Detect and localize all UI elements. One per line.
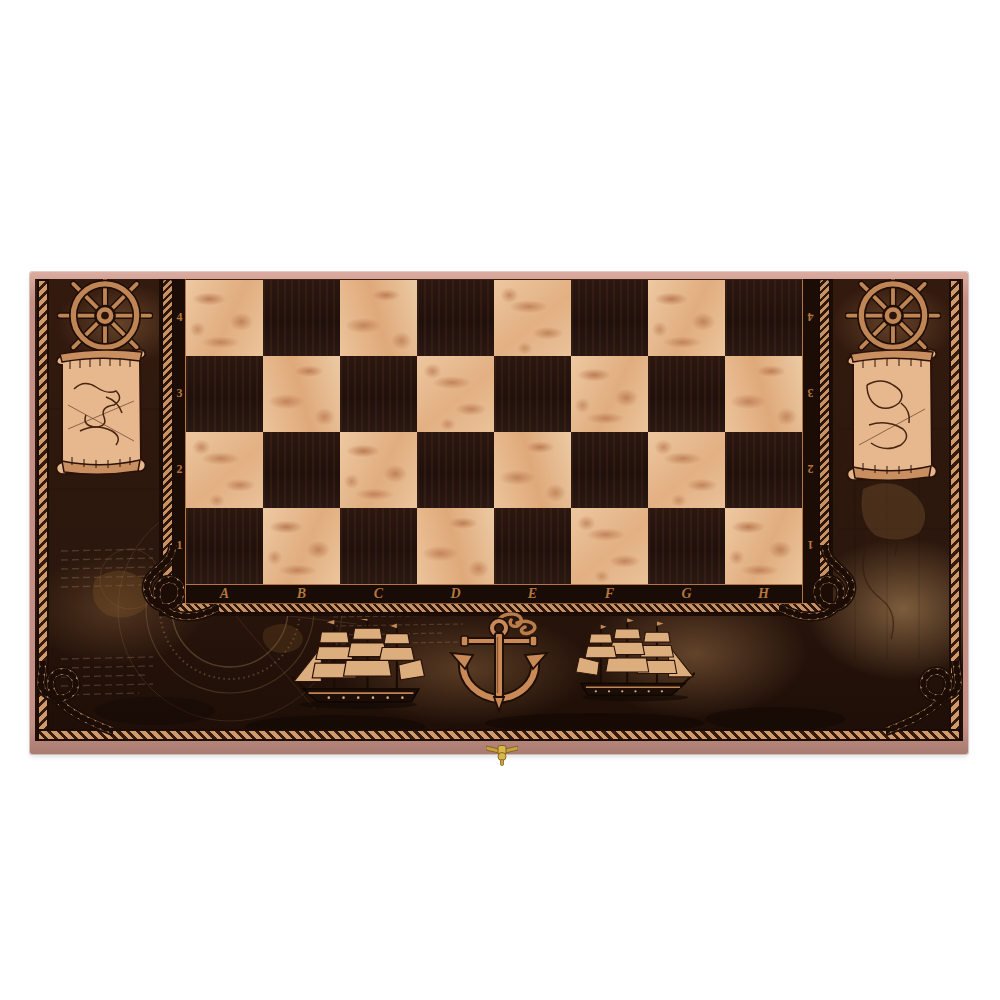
box-top-face: A B C D E F G H 4 3 2 1 4 3 2: [35, 279, 963, 741]
file-label-g: G: [648, 585, 725, 603]
square-h3: [725, 356, 802, 432]
chessboard: A B C D E F G H: [185, 279, 803, 604]
rank-label-left-4: 4: [173, 279, 186, 355]
file-label-f: F: [571, 585, 648, 603]
file-label-d: D: [417, 585, 494, 603]
square-f2: [571, 432, 648, 508]
square-a2: [186, 432, 263, 508]
square-c4: [340, 280, 417, 356]
square-d3: [417, 356, 494, 432]
file-label-e: E: [494, 585, 571, 603]
rope-border-bottom: [37, 729, 961, 741]
square-a3: [186, 356, 263, 432]
square-e2: [494, 432, 571, 508]
file-labels: A B C D E F G H: [186, 584, 802, 604]
square-f4: [571, 280, 648, 356]
square-g4: [648, 280, 725, 356]
rope-knot-outer-left: [35, 661, 113, 741]
file-label-h: H: [725, 585, 802, 603]
product-photo: A B C D E F G H 4 3 2 1 4 3 2: [0, 0, 1000, 1000]
square-d2: [417, 432, 494, 508]
square-h1: [725, 508, 802, 584]
rank-label-right-3: 3: [804, 355, 817, 431]
square-b2: [263, 432, 340, 508]
rope-divider-left: [162, 279, 173, 579]
rank-label-left-2: 2: [173, 431, 186, 507]
rank-labels-right: 4 3 2 1: [804, 279, 817, 583]
square-e1: [494, 508, 571, 584]
square-a1: [186, 508, 263, 584]
square-b4: [263, 280, 340, 356]
tall-ship-right: [571, 617, 695, 707]
rope-divider-right: [819, 279, 830, 579]
brass-clasp: [486, 744, 518, 766]
rank-label-right-4: 4: [804, 279, 817, 355]
file-label-c: C: [340, 585, 417, 603]
rope-knot-outer-right: [886, 661, 963, 741]
rank-label-right-1: 1: [804, 507, 817, 583]
square-e4: [494, 280, 571, 356]
square-b3: [263, 356, 340, 432]
square-f3: [571, 356, 648, 432]
square-d4: [417, 280, 494, 356]
file-label-b: B: [263, 585, 340, 603]
rank-label-left-3: 3: [173, 355, 186, 431]
square-g3: [648, 356, 725, 432]
square-b1: [263, 508, 340, 584]
map-scroll-left: [50, 345, 152, 479]
square-a4: [186, 280, 263, 356]
square-f1: [571, 508, 648, 584]
rank-label-left-1: 1: [173, 507, 186, 583]
chessboard-squares: [186, 280, 802, 584]
square-c2: [340, 432, 417, 508]
square-h4: [725, 280, 802, 356]
square-c3: [340, 356, 417, 432]
square-e3: [494, 356, 571, 432]
square-d1: [417, 508, 494, 584]
chess-box-lid: A B C D E F G H 4 3 2 1 4 3 2: [30, 272, 968, 754]
tall-ship-left: [291, 619, 431, 711]
square-c1: [340, 508, 417, 584]
square-g2: [648, 432, 725, 508]
map-scroll-right: [841, 345, 943, 485]
rank-labels-left: 4 3 2 1: [173, 279, 186, 583]
file-label-a: A: [186, 585, 263, 603]
anchor-icon: [447, 611, 551, 723]
square-h2: [725, 432, 802, 508]
square-g1: [648, 508, 725, 584]
rank-label-right-2: 2: [804, 431, 817, 507]
